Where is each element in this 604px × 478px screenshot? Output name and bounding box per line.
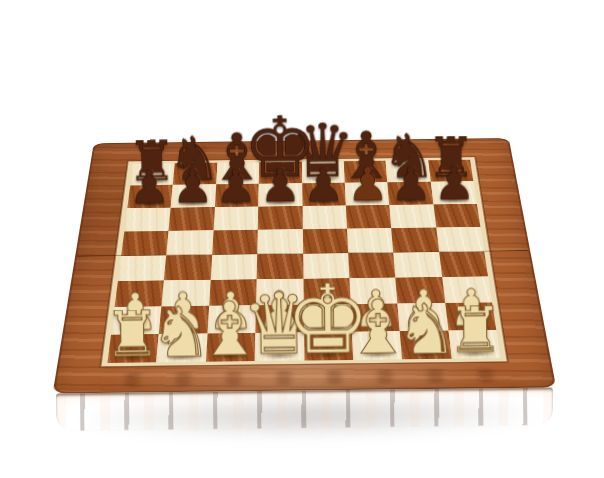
square-f6: [346, 205, 392, 229]
square-d5: [257, 229, 302, 254]
frame-reflections-near: [106, 368, 502, 387]
square-f5: [347, 228, 394, 253]
chess-set-product-photo: ♜♞♝♚♛♝♞♜♟♟♟♟♟♟♟♟♟♟♟♟♟♟♟♟♜♞♝♛♚♝♞♜: [0, 0, 604, 478]
square-h5: [436, 227, 484, 252]
square-b1: ♞: [157, 333, 208, 362]
square-a4: [118, 255, 167, 281]
square-e7: ♟: [302, 183, 346, 206]
square-h7: ♟: [430, 181, 476, 204]
square-h4: [439, 251, 488, 277]
camera-tilt-wrapper: ♜♞♝♚♛♝♞♜♟♟♟♟♟♟♟♟♟♟♟♟♟♟♟♟♜♞♝♛♚♝♞♜: [0, 0, 604, 478]
wooden-frame: ♜♞♝♚♛♝♞♜♟♟♟♟♟♟♟♟♟♟♟♟♟♟♟♟♜♞♝♛♚♝♞♜: [53, 138, 557, 394]
chess-board: ♜♞♝♚♛♝♞♜♟♟♟♟♟♟♟♟♟♟♟♟♟♟♟♟♜♞♝♛♚♝♞♜: [53, 138, 557, 394]
piece-black-pawn-e7: ♟: [303, 167, 345, 205]
square-b5: [167, 230, 214, 255]
piece-black-pawn-c7: ♟: [215, 168, 257, 206]
square-a5: [121, 231, 169, 256]
square-b7: ♟: [171, 185, 216, 208]
square-c6: [213, 206, 258, 230]
square-g4: [393, 252, 441, 278]
piece-white-king-e1: ♚: [285, 280, 371, 359]
board-front-edge: [56, 387, 553, 431]
square-a6: [124, 208, 171, 232]
piece-white-knight-b1: ♞: [149, 304, 212, 362]
square-a7: ♟: [127, 185, 173, 208]
square-e1: ♚: [304, 332, 354, 361]
square-c7: ♟: [215, 184, 259, 207]
square-e5: [302, 229, 348, 254]
square-h6: [433, 204, 480, 228]
square-g1: ♞: [400, 330, 452, 359]
square-g7: ♟: [388, 182, 434, 205]
piece-black-pawn-a7: ♟: [128, 169, 170, 207]
piece-black-pawn-d7: ♟: [259, 167, 301, 205]
piece-black-pawn-f7: ♟: [346, 166, 388, 204]
board-grid: ♜♞♝♚♛♝♞♜♟♟♟♟♟♟♟♟♟♟♟♟♟♟♟♟♜♞♝♛♚♝♞♜: [107, 160, 500, 363]
square-c5: [212, 230, 258, 255]
square-d7: ♟: [258, 183, 302, 206]
perspective-scene: ♜♞♝♚♛♝♞♜♟♟♟♟♟♟♟♟♟♟♟♟♟♟♟♟♜♞♝♛♚♝♞♜: [0, 0, 604, 478]
square-g6: [389, 204, 435, 228]
square-f7: ♟: [345, 182, 390, 205]
piece-white-knight-g1: ♞: [395, 301, 458, 359]
inlay-border: ♜♞♝♚♛♝♞♜♟♟♟♟♟♟♟♟♟♟♟♟♟♟♟♟♜♞♝♛♚♝♞♜: [100, 157, 507, 367]
square-d6: [258, 206, 303, 230]
square-e6: [302, 205, 347, 229]
piece-black-pawn-b7: ♟: [172, 168, 214, 206]
piece-black-pawn-g7: ♟: [390, 165, 432, 203]
square-b6: [169, 207, 215, 231]
piece-black-pawn-h7: ♟: [434, 165, 476, 203]
square-b4: [164, 255, 212, 281]
square-g5: [391, 228, 438, 253]
